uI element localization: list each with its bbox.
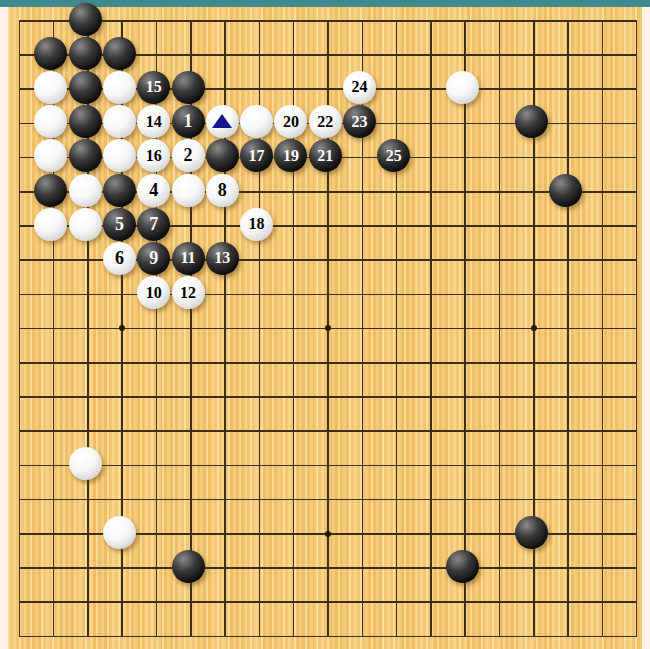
move-number-label: 19 xyxy=(283,147,299,165)
black-stone xyxy=(69,3,102,36)
white-stone xyxy=(34,105,67,138)
white-stone: 18 xyxy=(240,208,273,241)
white-stone xyxy=(172,174,205,207)
white-stone: 24 xyxy=(343,71,376,104)
black-stone: 25 xyxy=(377,139,410,172)
grid-line-vertical xyxy=(499,20,501,637)
move-number-label: 20 xyxy=(283,113,299,131)
move-number-label: 13 xyxy=(214,249,230,267)
star-point xyxy=(119,325,125,331)
white-stone: 10 xyxy=(137,276,170,309)
move-number-label: 11 xyxy=(180,249,195,267)
move-number-label: 10 xyxy=(146,284,162,302)
white-stone: 22 xyxy=(309,105,342,138)
grid-line-horizontal xyxy=(19,362,637,364)
white-stone: 12 xyxy=(172,276,205,309)
black-stone: 1 xyxy=(172,105,205,138)
grid-line-horizontal xyxy=(19,636,637,638)
white-stone xyxy=(103,71,136,104)
black-stone: 7 xyxy=(137,208,170,241)
white-stone xyxy=(69,174,102,207)
white-stone xyxy=(34,208,67,241)
move-number-label: 25 xyxy=(386,147,402,165)
move-number-label: 1 xyxy=(184,111,193,132)
black-stone: 5 xyxy=(103,208,136,241)
move-number-label: 8 xyxy=(218,180,227,201)
move-number-label: 22 xyxy=(317,113,333,131)
star-point xyxy=(531,325,537,331)
top-teal-bar xyxy=(0,0,650,7)
grid-line-vertical xyxy=(464,20,466,637)
white-stone xyxy=(103,139,136,172)
move-number-label: 6 xyxy=(115,248,124,269)
white-stone: 16 xyxy=(137,139,170,172)
white-stone: 8 xyxy=(206,174,239,207)
move-number-label: 17 xyxy=(249,147,265,165)
move-number-label: 2 xyxy=(184,145,193,166)
go-diagram-page: 1524141202223162171921254857186911131012 xyxy=(0,0,650,649)
grid-line-horizontal xyxy=(19,430,637,432)
grid-line-horizontal xyxy=(19,465,637,467)
black-stone xyxy=(446,550,479,583)
black-stone xyxy=(69,139,102,172)
white-stone xyxy=(34,139,67,172)
black-stone xyxy=(515,516,548,549)
move-number-label: 5 xyxy=(115,214,124,235)
white-stone xyxy=(34,71,67,104)
white-stone xyxy=(103,105,136,138)
grid-line-vertical xyxy=(567,20,569,637)
move-number-label: 12 xyxy=(180,284,196,302)
grid-line-vertical xyxy=(636,20,638,637)
move-number-label: 7 xyxy=(149,214,158,235)
black-stone xyxy=(34,174,67,207)
grid-line-vertical xyxy=(396,20,398,637)
grid-line-horizontal xyxy=(19,601,637,603)
move-number-label: 18 xyxy=(249,215,265,233)
grid-line-vertical xyxy=(430,20,432,637)
triangle-marker-icon xyxy=(212,114,232,128)
black-stone: 21 xyxy=(309,139,342,172)
move-number-label: 16 xyxy=(146,147,162,165)
move-number-label: 15 xyxy=(146,78,162,96)
black-stone xyxy=(172,550,205,583)
white-stone: 6 xyxy=(103,242,136,275)
black-stone: 9 xyxy=(137,242,170,275)
black-stone: 11 xyxy=(172,242,205,275)
star-point xyxy=(325,531,331,537)
grid-line-horizontal xyxy=(19,499,637,501)
go-board[interactable]: 1524141202223162171921254857186911131012 xyxy=(8,7,642,649)
black-stone xyxy=(549,174,582,207)
black-stone xyxy=(103,174,136,207)
move-number-label: 21 xyxy=(317,147,333,165)
black-stone xyxy=(69,105,102,138)
move-number-label: 9 xyxy=(149,248,158,269)
white-stone xyxy=(69,447,102,480)
black-stone xyxy=(515,105,548,138)
black-stone xyxy=(103,37,136,70)
white-stone: 2 xyxy=(172,139,205,172)
black-stone xyxy=(172,71,205,104)
white-stone: 20 xyxy=(274,105,307,138)
white-stone xyxy=(240,105,273,138)
white-stone: 14 xyxy=(137,105,170,138)
black-stone: 15 xyxy=(137,71,170,104)
white-stone xyxy=(446,71,479,104)
black-stone: 17 xyxy=(240,139,273,172)
black-stone: 13 xyxy=(206,242,239,275)
black-stone: 19 xyxy=(274,139,307,172)
grid-line-horizontal xyxy=(19,567,637,569)
white-stone xyxy=(69,208,102,241)
star-point xyxy=(325,325,331,331)
black-stone xyxy=(206,139,239,172)
move-number-label: 24 xyxy=(352,78,368,96)
white-stone xyxy=(206,105,239,138)
grid-line-vertical xyxy=(602,20,604,637)
move-number-label: 23 xyxy=(352,113,368,131)
black-stone xyxy=(69,37,102,70)
black-stone: 23 xyxy=(343,105,376,138)
white-stone xyxy=(103,516,136,549)
black-stone xyxy=(69,71,102,104)
move-number-label: 14 xyxy=(146,113,162,131)
white-stone: 4 xyxy=(137,174,170,207)
move-number-label: 4 xyxy=(149,180,158,201)
grid-line-horizontal xyxy=(19,396,637,398)
black-stone xyxy=(34,37,67,70)
